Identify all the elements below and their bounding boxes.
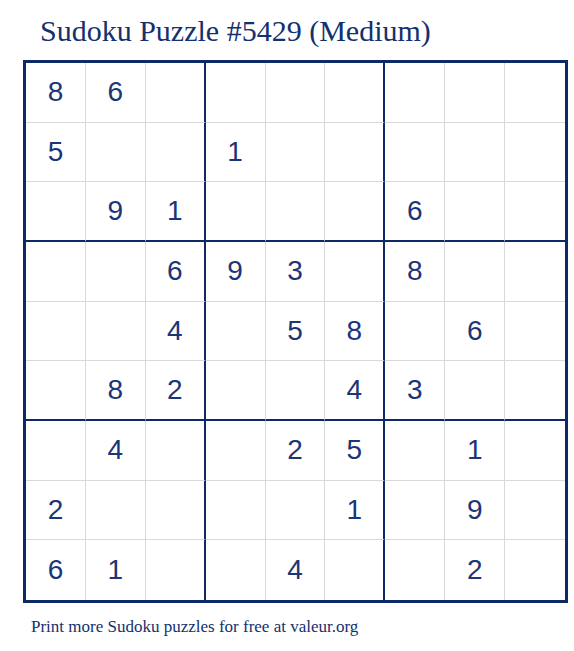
cell-r5c2: [86, 302, 146, 362]
cell-r5c8: 6: [445, 302, 505, 362]
cell-r2c9: [505, 123, 565, 183]
cell-r1c3: [146, 63, 206, 123]
cell-r1c8: [445, 63, 505, 123]
cell-r5c6: 8: [325, 302, 385, 362]
cell-r2c3: [146, 123, 206, 183]
cell-r2c8: [445, 123, 505, 183]
cell-r7c1: [26, 421, 86, 481]
cell-r1c9: [505, 63, 565, 123]
cell-r1c7: [385, 63, 445, 123]
cell-r8c6: 1: [325, 481, 385, 541]
cell-r7c3: [146, 421, 206, 481]
cell-r4c6: [325, 242, 385, 302]
cell-r7c7: [385, 421, 445, 481]
cell-r4c9: [505, 242, 565, 302]
cell-r2c7: [385, 123, 445, 183]
cell-r7c6: 5: [325, 421, 385, 481]
footer-text: Print more Sudoku puzzles for free at va…: [31, 617, 358, 637]
cell-r5c9: [505, 302, 565, 362]
cell-r4c7: 8: [385, 242, 445, 302]
cell-r7c4: [206, 421, 266, 481]
cell-r9c7: [385, 540, 445, 600]
cell-r8c9: [505, 481, 565, 541]
cell-r7c9: [505, 421, 565, 481]
cell-r5c1: [26, 302, 86, 362]
cell-r4c2: [86, 242, 146, 302]
cell-r4c3: 6: [146, 242, 206, 302]
cell-r5c5: 5: [266, 302, 326, 362]
cell-r6c5: [266, 361, 326, 421]
cell-r6c1: [26, 361, 86, 421]
cell-r2c4: 1: [206, 123, 266, 183]
cell-r8c8: 9: [445, 481, 505, 541]
cell-r1c2: 6: [86, 63, 146, 123]
cell-r1c4: [206, 63, 266, 123]
cell-r4c4: 9: [206, 242, 266, 302]
cell-r3c4: [206, 182, 266, 242]
cell-r5c4: [206, 302, 266, 362]
cell-r9c5: 4: [266, 540, 326, 600]
cell-r5c3: 4: [146, 302, 206, 362]
cell-r2c1: 5: [26, 123, 86, 183]
cell-r1c5: [266, 63, 326, 123]
cell-r2c2: [86, 123, 146, 183]
cell-r3c1: [26, 182, 86, 242]
cell-r3c7: 6: [385, 182, 445, 242]
cell-r5c7: [385, 302, 445, 362]
cell-r1c1: 8: [26, 63, 86, 123]
sudoku-board: 865191669384586824342512196142: [23, 60, 568, 603]
cell-r8c7: [385, 481, 445, 541]
cell-r7c8: 1: [445, 421, 505, 481]
cell-r6c4: [206, 361, 266, 421]
cell-r9c2: 1: [86, 540, 146, 600]
cell-r8c4: [206, 481, 266, 541]
cell-r7c2: 4: [86, 421, 146, 481]
cell-r2c5: [266, 123, 326, 183]
cell-r8c1: 2: [26, 481, 86, 541]
cell-r4c5: 3: [266, 242, 326, 302]
cell-r6c6: 4: [325, 361, 385, 421]
cell-r9c9: [505, 540, 565, 600]
cell-r6c7: 3: [385, 361, 445, 421]
cell-r9c8: 2: [445, 540, 505, 600]
cell-r3c8: [445, 182, 505, 242]
cell-r8c3: [146, 481, 206, 541]
cell-r9c6: [325, 540, 385, 600]
cell-r4c8: [445, 242, 505, 302]
cell-r6c9: [505, 361, 565, 421]
cell-r4c1: [26, 242, 86, 302]
cell-r3c3: 1: [146, 182, 206, 242]
cell-r9c4: [206, 540, 266, 600]
cell-r3c5: [266, 182, 326, 242]
cell-r6c3: 2: [146, 361, 206, 421]
cell-r3c6: [325, 182, 385, 242]
cell-r3c9: [505, 182, 565, 242]
cell-r6c8: [445, 361, 505, 421]
cell-r6c2: 8: [86, 361, 146, 421]
cell-r7c5: 2: [266, 421, 326, 481]
cell-r9c1: 6: [26, 540, 86, 600]
cell-r9c3: [146, 540, 206, 600]
cell-r2c6: [325, 123, 385, 183]
page-title: Sudoku Puzzle #5429 (Medium): [40, 14, 431, 48]
cell-r8c2: [86, 481, 146, 541]
cell-r1c6: [325, 63, 385, 123]
cell-r8c5: [266, 481, 326, 541]
cell-r3c2: 9: [86, 182, 146, 242]
